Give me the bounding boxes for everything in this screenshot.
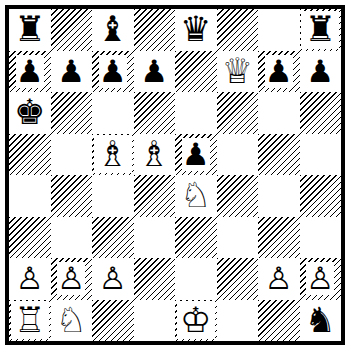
square-d3[interactable] <box>134 217 176 259</box>
black-knight-h1[interactable]: ♞ <box>301 301 339 339</box>
square-c2[interactable]: ♙ <box>92 258 134 300</box>
square-c5[interactable]: ♗ <box>92 134 134 176</box>
black-queen-e8[interactable]: ♛ <box>177 11 215 49</box>
white-king-e1[interactable]: ♔ <box>177 301 215 339</box>
square-f8[interactable] <box>217 9 259 51</box>
square-e4[interactable]: ♘ <box>175 175 217 217</box>
square-a1[interactable]: ♖ <box>9 300 51 342</box>
square-b6[interactable] <box>51 92 93 134</box>
black-pawn-c7[interactable]: ♟ <box>99 55 127 88</box>
square-f7[interactable]: ♕ <box>217 51 259 93</box>
square-c6[interactable] <box>92 92 134 134</box>
square-d8[interactable] <box>134 9 176 51</box>
black-bishop-c8[interactable]: ♝ <box>94 11 132 49</box>
square-g6[interactable] <box>258 92 300 134</box>
square-c4[interactable] <box>92 175 134 217</box>
square-b8[interactable] <box>51 9 93 51</box>
square-b4[interactable] <box>51 175 93 217</box>
square-g2[interactable]: ♙ <box>258 258 300 300</box>
square-b7[interactable]: ♟ <box>51 51 93 93</box>
square-b1[interactable]: ♘ <box>51 300 93 342</box>
square-f6[interactable] <box>217 92 259 134</box>
black-pawn-b7[interactable]: ♟ <box>57 55 85 88</box>
square-g7[interactable]: ♟ <box>258 51 300 93</box>
square-e5[interactable]: ♟ <box>175 134 217 176</box>
square-f4[interactable] <box>217 175 259 217</box>
square-b5[interactable] <box>51 134 93 176</box>
black-pawn-a7[interactable]: ♟ <box>16 55 44 88</box>
square-e2[interactable] <box>175 258 217 300</box>
square-a3[interactable] <box>9 217 51 259</box>
black-pawn-g7[interactable]: ♟ <box>265 55 293 88</box>
square-e3[interactable] <box>175 217 217 259</box>
square-d6[interactable] <box>134 92 176 134</box>
square-a4[interactable] <box>9 175 51 217</box>
square-e8[interactable]: ♛ <box>175 9 217 51</box>
square-g4[interactable] <box>258 175 300 217</box>
square-h6[interactable] <box>300 92 342 134</box>
square-g8[interactable] <box>258 9 300 51</box>
square-c1[interactable] <box>92 300 134 342</box>
square-a6[interactable]: ♚ <box>9 92 51 134</box>
white-pawn-c2[interactable]: ♙ <box>99 262 127 295</box>
white-bishop-c5[interactable]: ♗ <box>94 135 132 173</box>
square-b3[interactable] <box>51 217 93 259</box>
square-d5[interactable]: ♗ <box>134 134 176 176</box>
square-f1[interactable] <box>217 300 259 342</box>
square-d1[interactable] <box>134 300 176 342</box>
chessboard: ♜♝♛♜♟♟♟♟♕♟♟♚♗♗♟♘♙♙♙♙♙♖♘♔♞ <box>9 9 341 341</box>
square-a8[interactable]: ♜ <box>9 9 51 51</box>
square-e6[interactable] <box>175 92 217 134</box>
black-pawn-d7[interactable]: ♟ <box>140 55 168 88</box>
white-knight-b1[interactable]: ♘ <box>52 301 90 339</box>
black-rook-h8[interactable]: ♜ <box>301 11 339 49</box>
square-c3[interactable] <box>92 217 134 259</box>
square-d7[interactable]: ♟ <box>134 51 176 93</box>
square-f2[interactable] <box>217 258 259 300</box>
square-b2[interactable]: ♙ <box>51 258 93 300</box>
white-pawn-h2[interactable]: ♙ <box>306 262 334 295</box>
square-c8[interactable]: ♝ <box>92 9 134 51</box>
square-c7[interactable]: ♟ <box>92 51 134 93</box>
square-g5[interactable] <box>258 134 300 176</box>
white-pawn-b2[interactable]: ♙ <box>57 262 85 295</box>
white-bishop-d5[interactable]: ♗ <box>135 135 173 173</box>
white-knight-e4[interactable]: ♘ <box>177 177 215 215</box>
white-rook-a1[interactable]: ♖ <box>11 301 49 339</box>
white-queen-f7[interactable]: ♕ <box>218 52 256 90</box>
square-g3[interactable] <box>258 217 300 259</box>
square-e7[interactable] <box>175 51 217 93</box>
square-f3[interactable] <box>217 217 259 259</box>
square-h8[interactable]: ♜ <box>300 9 342 51</box>
chess-diagram: ♜♝♛♜♟♟♟♟♕♟♟♚♗♗♟♘♙♙♙♙♙♖♘♔♞ <box>0 0 350 350</box>
square-g1[interactable] <box>258 300 300 342</box>
square-h4[interactable] <box>300 175 342 217</box>
square-d2[interactable] <box>134 258 176 300</box>
square-h7[interactable]: ♟ <box>300 51 342 93</box>
square-f5[interactable] <box>217 134 259 176</box>
square-d4[interactable] <box>134 175 176 217</box>
square-h5[interactable] <box>300 134 342 176</box>
square-h2[interactable]: ♙ <box>300 258 342 300</box>
square-a5[interactable] <box>9 134 51 176</box>
black-king-a6[interactable]: ♚ <box>11 94 49 132</box>
white-pawn-a2[interactable]: ♙ <box>16 262 44 295</box>
square-e1[interactable]: ♔ <box>175 300 217 342</box>
board-frame: ♜♝♛♜♟♟♟♟♕♟♟♚♗♗♟♘♙♙♙♙♙♖♘♔♞ <box>5 5 345 345</box>
black-rook-a8[interactable]: ♜ <box>11 11 49 49</box>
white-pawn-g2[interactable]: ♙ <box>265 262 293 295</box>
square-h1[interactable]: ♞ <box>300 300 342 342</box>
square-h3[interactable] <box>300 217 342 259</box>
black-pawn-h7[interactable]: ♟ <box>306 55 334 88</box>
black-pawn-e5[interactable]: ♟ <box>182 138 210 171</box>
square-a2[interactable]: ♙ <box>9 258 51 300</box>
square-a7[interactable]: ♟ <box>9 51 51 93</box>
